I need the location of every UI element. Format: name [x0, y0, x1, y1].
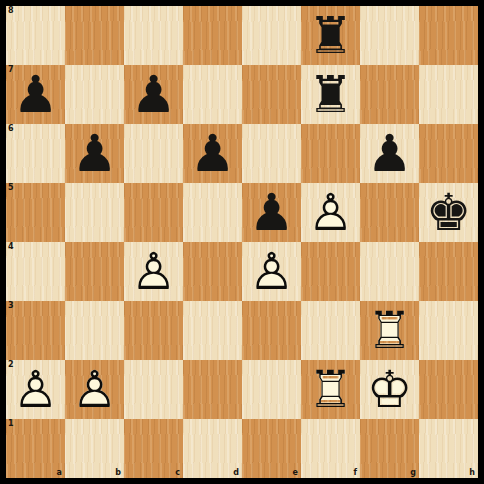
black-rook-f7[interactable]: ♜: [301, 65, 360, 124]
square-b3[interactable]: [65, 301, 124, 360]
white-pawn-e4[interactable]: ♟♙: [242, 242, 301, 301]
square-e6[interactable]: [242, 124, 301, 183]
rank-label-8: 8: [8, 6, 14, 16]
board-frame: 8♜7♟♟♜6♟♟♟5♟♟♙♚4♟♙♟♙3♜♖2♟♙♟♙♜♖♚♔1abcdefg…: [0, 0, 484, 484]
square-d1[interactable]: d: [183, 419, 242, 478]
white-pawn-a2[interactable]: ♟♙: [6, 360, 65, 419]
square-h7[interactable]: [419, 65, 478, 124]
rank-label-4: 4: [8, 242, 14, 252]
square-d8[interactable]: [183, 6, 242, 65]
square-c6[interactable]: [124, 124, 183, 183]
square-b6[interactable]: ♟: [65, 124, 124, 183]
white-piece-outline: ♖: [301, 360, 360, 419]
square-g3[interactable]: ♜♖: [360, 301, 419, 360]
black-pawn-g6[interactable]: ♟: [360, 124, 419, 183]
square-a5[interactable]: 5: [6, 183, 65, 242]
white-pawn-f5[interactable]: ♟♙: [301, 183, 360, 242]
square-b8[interactable]: [65, 6, 124, 65]
square-a3[interactable]: 3: [6, 301, 65, 360]
square-d7[interactable]: [183, 65, 242, 124]
square-f6[interactable]: [301, 124, 360, 183]
rank-label-6: 6: [8, 124, 14, 134]
square-b4[interactable]: [65, 242, 124, 301]
black-piece-glyph: ♟: [360, 124, 419, 183]
file-label-b: b: [115, 468, 121, 478]
square-f2[interactable]: ♜♖: [301, 360, 360, 419]
black-piece-glyph: ♟: [183, 124, 242, 183]
square-c7[interactable]: ♟: [124, 65, 183, 124]
square-c4[interactable]: ♟♙: [124, 242, 183, 301]
rank-label-1: 1: [8, 419, 14, 429]
black-piece-glyph: ♟: [124, 65, 183, 124]
file-label-c: c: [175, 468, 180, 478]
black-pawn-d6[interactable]: ♟: [183, 124, 242, 183]
square-g5[interactable]: [360, 183, 419, 242]
square-d4[interactable]: [183, 242, 242, 301]
black-rook-f8[interactable]: ♜: [301, 6, 360, 65]
square-f7[interactable]: ♜: [301, 65, 360, 124]
square-c8[interactable]: [124, 6, 183, 65]
square-h6[interactable]: [419, 124, 478, 183]
square-g2[interactable]: ♚♔: [360, 360, 419, 419]
square-g7[interactable]: [360, 65, 419, 124]
square-a7[interactable]: 7♟: [6, 65, 65, 124]
square-h8[interactable]: [419, 6, 478, 65]
square-f3[interactable]: [301, 301, 360, 360]
square-b1[interactable]: b: [65, 419, 124, 478]
square-e7[interactable]: [242, 65, 301, 124]
black-piece-glyph: ♜: [301, 6, 360, 65]
file-label-g: g: [410, 468, 416, 478]
square-b7[interactable]: [65, 65, 124, 124]
square-d6[interactable]: ♟: [183, 124, 242, 183]
square-e5[interactable]: ♟: [242, 183, 301, 242]
square-h4[interactable]: [419, 242, 478, 301]
square-c3[interactable]: [124, 301, 183, 360]
square-d3[interactable]: [183, 301, 242, 360]
white-piece-outline: ♖: [360, 301, 419, 360]
square-g4[interactable]: [360, 242, 419, 301]
file-label-e: e: [293, 468, 298, 478]
square-g1[interactable]: g: [360, 419, 419, 478]
white-piece-outline: ♙: [301, 183, 360, 242]
white-piece-outline: ♙: [242, 242, 301, 301]
square-a4[interactable]: 4: [6, 242, 65, 301]
square-g8[interactable]: [360, 6, 419, 65]
square-e8[interactable]: [242, 6, 301, 65]
white-rook-g3[interactable]: ♜♖: [360, 301, 419, 360]
square-a6[interactable]: 6: [6, 124, 65, 183]
black-pawn-c7[interactable]: ♟: [124, 65, 183, 124]
file-label-h: h: [469, 468, 475, 478]
black-piece-glyph: ♜: [301, 65, 360, 124]
file-label-f: f: [354, 468, 357, 478]
square-h5[interactable]: ♚: [419, 183, 478, 242]
square-e4[interactable]: ♟♙: [242, 242, 301, 301]
white-pawn-b2[interactable]: ♟♙: [65, 360, 124, 419]
square-c1[interactable]: c: [124, 419, 183, 478]
square-g6[interactable]: ♟: [360, 124, 419, 183]
square-e3[interactable]: [242, 301, 301, 360]
black-piece-glyph: ♟: [6, 65, 65, 124]
square-c5[interactable]: [124, 183, 183, 242]
black-pawn-b6[interactable]: ♟: [65, 124, 124, 183]
file-label-d: d: [233, 468, 239, 478]
square-h3[interactable]: [419, 301, 478, 360]
square-d5[interactable]: [183, 183, 242, 242]
square-c2[interactable]: [124, 360, 183, 419]
square-a1[interactable]: 1a: [6, 419, 65, 478]
square-f1[interactable]: f: [301, 419, 360, 478]
white-pawn-c4[interactable]: ♟♙: [124, 242, 183, 301]
square-e1[interactable]: e: [242, 419, 301, 478]
white-piece-outline: ♙: [65, 360, 124, 419]
rank-label-5: 5: [8, 183, 14, 193]
black-piece-glyph: ♚: [419, 183, 478, 242]
white-rook-f2[interactable]: ♜♖: [301, 360, 360, 419]
square-b5[interactable]: [65, 183, 124, 242]
chess-board: 8♜7♟♟♜6♟♟♟5♟♟♙♚4♟♙♟♙3♜♖2♟♙♟♙♜♖♚♔1abcdefg…: [6, 6, 478, 478]
square-f4[interactable]: [301, 242, 360, 301]
square-a8[interactable]: 8: [6, 6, 65, 65]
square-h2[interactable]: [419, 360, 478, 419]
white-piece-outline: ♙: [124, 242, 183, 301]
white-piece-outline: ♔: [360, 360, 419, 419]
black-piece-glyph: ♟: [242, 183, 301, 242]
file-label-a: a: [57, 468, 62, 478]
square-b2[interactable]: ♟♙: [65, 360, 124, 419]
square-f8[interactable]: ♜: [301, 6, 360, 65]
square-d2[interactable]: [183, 360, 242, 419]
black-piece-glyph: ♟: [65, 124, 124, 183]
black-pawn-a7[interactable]: ♟: [6, 65, 65, 124]
square-e2[interactable]: [242, 360, 301, 419]
white-piece-outline: ♙: [6, 360, 65, 419]
rank-label-3: 3: [8, 301, 14, 311]
square-a2[interactable]: 2♟♙: [6, 360, 65, 419]
black-pawn-e5[interactable]: ♟: [242, 183, 301, 242]
square-h1[interactable]: h: [419, 419, 478, 478]
white-king-g2[interactable]: ♚♔: [360, 360, 419, 419]
square-f5[interactable]: ♟♙: [301, 183, 360, 242]
black-king-h5[interactable]: ♚: [419, 183, 478, 242]
